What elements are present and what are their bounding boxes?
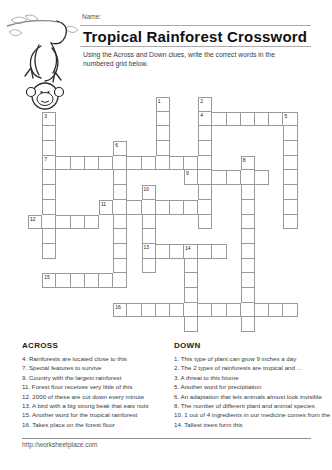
grid-cell-r5c11[interactable]: 9 bbox=[184, 170, 198, 185]
grid-cell-r2c18[interactable] bbox=[283, 126, 297, 141]
grid-cell-r11c8[interactable] bbox=[142, 259, 156, 274]
grid-cell-r14c18[interactable] bbox=[283, 303, 297, 318]
footer-rule bbox=[22, 438, 311, 439]
grid-cell-r3c12[interactable] bbox=[198, 141, 212, 156]
grid-cell-r5c16[interactable] bbox=[255, 170, 269, 185]
grid-cell-r8c18[interactable] bbox=[283, 215, 297, 230]
grid-cell-r10c12[interactable] bbox=[198, 244, 212, 259]
across-clues-section: ACROSS 4. Rainforests are located close … bbox=[22, 341, 172, 429]
name-write-line[interactable] bbox=[80, 25, 311, 26]
grid-cell-r11c11[interactable] bbox=[184, 259, 198, 274]
grid-cell-r1c1[interactable]: 3 bbox=[42, 112, 56, 127]
clue-number-3: 3 bbox=[44, 113, 47, 119]
instructions-text: Using the Across and Down clues, write t… bbox=[83, 50, 301, 68]
grid-cell-r4c6[interactable] bbox=[113, 156, 127, 171]
grid-cell-r7c18[interactable] bbox=[283, 200, 297, 215]
grid-cell-r6c18[interactable] bbox=[283, 185, 297, 200]
grid-cell-r6c1[interactable] bbox=[42, 185, 56, 200]
grid-cell-r2c1[interactable] bbox=[42, 126, 56, 141]
grid-cell-r5c6[interactable] bbox=[113, 170, 127, 185]
grid-cell-r4c4[interactable] bbox=[85, 156, 99, 171]
name-label: Name: bbox=[82, 13, 101, 20]
grid-cell-r7c10[interactable] bbox=[170, 200, 184, 215]
clue-number-7: 7 bbox=[44, 156, 47, 162]
grid-cell-r4c1[interactable]: 7 bbox=[42, 156, 56, 171]
grid-cell-r8c1[interactable] bbox=[42, 215, 56, 230]
grid-cell-r10c8[interactable]: 13 bbox=[142, 244, 156, 259]
clue-number-14: 14 bbox=[185, 245, 191, 251]
grid-cell-r14c14[interactable] bbox=[227, 303, 241, 318]
clue-down-5: 5. Another word for precipitation bbox=[174, 382, 330, 391]
grid-cell-r4c2[interactable] bbox=[56, 156, 70, 171]
grid-cell-r5c12[interactable] bbox=[198, 170, 212, 185]
clue-number-6: 6 bbox=[115, 142, 118, 148]
grid-cell-r2c12[interactable] bbox=[198, 126, 212, 141]
title-underline bbox=[80, 46, 311, 47]
grid-cell-r12c1[interactable]: 15 bbox=[42, 273, 56, 288]
grid-cell-r7c15[interactable] bbox=[241, 200, 255, 215]
grid-cell-r1c14[interactable] bbox=[227, 112, 241, 127]
grid-cell-r10c15[interactable] bbox=[241, 244, 255, 259]
grid-cell-r1c13[interactable] bbox=[212, 112, 226, 127]
grid-cell-r14c9[interactable] bbox=[156, 303, 170, 318]
grid-cell-r13c15[interactable] bbox=[241, 288, 255, 303]
grid-cell-r0c9[interactable]: 1 bbox=[156, 97, 170, 112]
clue-down-2: 2. The 2 types of rainforests are tropic… bbox=[174, 363, 330, 372]
across-clue-list: 4. Rainforests are located close to this… bbox=[22, 354, 172, 429]
grid-cell-r11c15[interactable] bbox=[241, 259, 255, 274]
grid-cell-r14c13[interactable] bbox=[212, 303, 226, 318]
page-title: Tropical Rainforest Crossword bbox=[83, 28, 323, 45]
grid-cell-r5c13[interactable] bbox=[212, 170, 226, 185]
grid-cell-r14c17[interactable] bbox=[269, 303, 283, 318]
grid-cell-r4c12[interactable] bbox=[198, 156, 212, 171]
grid-cell-r6c8[interactable]: 10 bbox=[142, 185, 156, 200]
grid-cell-r8c15[interactable] bbox=[241, 215, 255, 230]
grid-cell-r14c11[interactable] bbox=[184, 303, 198, 318]
clue-across-11: 11. Forest floor receives very little of… bbox=[22, 382, 172, 391]
grid-cell-r7c6[interactable] bbox=[113, 200, 127, 215]
grid-cell-r5c1[interactable] bbox=[42, 170, 56, 185]
clue-number-11: 11 bbox=[101, 201, 106, 207]
grid-cell-r12c2[interactable] bbox=[56, 273, 70, 288]
grid-cell-r3c1[interactable] bbox=[42, 141, 56, 156]
grid-cell-r9c1[interactable] bbox=[42, 229, 56, 244]
grid-cell-r9c15[interactable] bbox=[241, 229, 255, 244]
grid-cell-r4c7[interactable] bbox=[127, 156, 141, 171]
grid-cell-r1c18[interactable]: 5 bbox=[283, 112, 297, 127]
clue-number-4: 4 bbox=[200, 112, 203, 118]
grid-cell-r4c18[interactable] bbox=[283, 156, 297, 171]
grid-cell-r4c11[interactable] bbox=[184, 156, 198, 171]
grid-cell-r14c12[interactable] bbox=[198, 303, 212, 318]
grid-cell-r11c6[interactable] bbox=[113, 259, 127, 274]
grid-cell-r10c10[interactable] bbox=[170, 244, 184, 259]
grid-cell-r7c5[interactable]: 11 bbox=[99, 200, 113, 215]
grid-cell-r15c15[interactable] bbox=[241, 317, 255, 332]
clue-number-10: 10 bbox=[144, 186, 150, 192]
grid-cell-r6c12[interactable] bbox=[198, 185, 212, 200]
down-clues-section: DOWN 1. This type of plant can grow 9 in… bbox=[174, 341, 330, 429]
grid-cell-r10c9[interactable] bbox=[156, 244, 170, 259]
across-heading: ACROSS bbox=[22, 341, 172, 350]
clue-down-3: 3. A threat to this biome bbox=[174, 373, 330, 382]
grid-cell-r0c12[interactable]: 2 bbox=[198, 97, 212, 112]
clue-number-2: 2 bbox=[200, 98, 203, 104]
grid-cell-r1c17[interactable] bbox=[269, 112, 283, 127]
clue-across-13: 13. A bird with a big strong beak that e… bbox=[22, 401, 172, 410]
grid-cell-r14c8[interactable] bbox=[142, 303, 156, 318]
clue-down-10: 10. 1 out of 4 ingredients in our medici… bbox=[174, 410, 330, 419]
down-heading: DOWN bbox=[174, 341, 330, 350]
grid-cell-r12c5[interactable] bbox=[99, 273, 113, 288]
clue-number-5: 5 bbox=[284, 113, 287, 119]
grid-cell-r7c11[interactable] bbox=[184, 200, 198, 215]
grid-cell-r14c7[interactable] bbox=[127, 303, 141, 318]
grid-cell-r8c4[interactable] bbox=[85, 215, 99, 230]
grid-cell-r14c15[interactable] bbox=[241, 303, 255, 318]
grid-cell-r5c15[interactable] bbox=[241, 170, 255, 185]
grid-cell-r12c3[interactable] bbox=[71, 273, 85, 288]
grid-cell-r7c9[interactable] bbox=[156, 200, 170, 215]
grid-cell-r15c11[interactable] bbox=[184, 317, 198, 332]
crossword-grid: 12345678910111213141516 bbox=[28, 97, 312, 332]
grid-cell-r4c9[interactable] bbox=[156, 156, 170, 171]
grid-cell-r12c6[interactable] bbox=[113, 273, 127, 288]
grid-cell-r3c9[interactable] bbox=[156, 141, 170, 156]
clue-down-14: 14. Tallest trees form this bbox=[174, 420, 330, 429]
grid-cell-r4c10[interactable] bbox=[170, 156, 184, 171]
clue-down-1: 1. This type of plant can grow 9 inches … bbox=[174, 354, 330, 363]
grid-cell-r7c12[interactable] bbox=[198, 200, 212, 215]
grid-cell-r14c10[interactable] bbox=[170, 303, 184, 318]
grid-cell-r3c6[interactable]: 6 bbox=[113, 141, 127, 156]
clue-number-16: 16 bbox=[115, 304, 121, 310]
grid-cell-r14c16[interactable] bbox=[255, 303, 269, 318]
clue-across-9: 9. Country with the largest rainforest bbox=[22, 373, 172, 382]
grid-cell-r8c0[interactable]: 12 bbox=[28, 215, 42, 230]
grid-cell-r14c6[interactable]: 16 bbox=[113, 303, 127, 318]
down-clue-list: 1. This type of plant can grow 9 inches … bbox=[174, 354, 330, 429]
grid-cell-r7c1[interactable] bbox=[42, 200, 56, 215]
grid-cell-r9c8[interactable] bbox=[142, 229, 156, 244]
clue-across-12: 12. 2000 of these are cut down every min… bbox=[22, 392, 172, 401]
clue-across-7: 7. Special features to survive bbox=[22, 363, 172, 372]
grid-cell-r10c13[interactable] bbox=[212, 244, 226, 259]
grid-cell-r12c11[interactable] bbox=[184, 273, 198, 288]
grid-cell-r7c8[interactable] bbox=[142, 200, 156, 215]
grid-cell-r10c11[interactable]: 14 bbox=[184, 244, 198, 259]
grid-cell-r10c1[interactable] bbox=[42, 244, 56, 259]
grid-cell-r6c6[interactable] bbox=[113, 185, 127, 200]
clue-down-8: 8. The number of different plant and ani… bbox=[174, 401, 330, 410]
worksheet-page: Name: Tropical Rainforest Crossword Usin… bbox=[0, 0, 332, 470]
clue-across-4: 4. Rainforests are located close to this bbox=[22, 354, 172, 363]
grid-cell-r7c7[interactable] bbox=[127, 200, 141, 215]
grid-cell-r8c6[interactable] bbox=[113, 215, 127, 230]
grid-cell-r1c12[interactable]: 4 bbox=[198, 112, 212, 127]
grid-cell-r1c16[interactable] bbox=[255, 112, 269, 127]
clue-number-1: 1 bbox=[158, 98, 161, 104]
clue-across-16: 16. Takes place on the forest floor bbox=[22, 420, 172, 429]
footer-url: http://worksheetplace.com bbox=[22, 441, 98, 448]
grid-cell-r8c8[interactable] bbox=[142, 215, 156, 230]
clue-across-15: 15. Another word for the tropical rainfo… bbox=[22, 410, 172, 419]
grid-cell-r8c2[interactable] bbox=[56, 215, 70, 230]
grid-cell-r6c15[interactable] bbox=[241, 185, 255, 200]
grid-cell-r1c9[interactable] bbox=[156, 112, 170, 127]
grid-cell-r8c3[interactable] bbox=[71, 215, 85, 230]
grid-cell-r4c5[interactable] bbox=[99, 156, 113, 171]
grid-cell-r13c11[interactable] bbox=[184, 288, 198, 303]
grid-cell-r9c6[interactable] bbox=[113, 229, 127, 244]
grid-cell-r4c15[interactable]: 8 bbox=[241, 156, 255, 171]
clue-number-13: 13 bbox=[144, 244, 150, 250]
grid-cell-r2c9[interactable] bbox=[156, 126, 170, 141]
clue-number-12: 12 bbox=[30, 216, 36, 222]
grid-cell-r3c18[interactable] bbox=[283, 141, 297, 156]
clue-number-15: 15 bbox=[44, 274, 50, 280]
grid-cell-r10c6[interactable] bbox=[113, 244, 127, 259]
grid-cell-r8c12[interactable] bbox=[198, 215, 212, 230]
grid-cell-r4c8[interactable] bbox=[142, 156, 156, 171]
grid-cell-r4c3[interactable] bbox=[71, 156, 85, 171]
clue-number-8: 8 bbox=[243, 157, 246, 163]
clue-number-9: 9 bbox=[186, 170, 189, 176]
grid-cell-r12c4[interactable] bbox=[85, 273, 99, 288]
clue-down-6: 6. An adaptation that lets animals almos… bbox=[174, 392, 330, 401]
grid-cell-r12c15[interactable] bbox=[241, 273, 255, 288]
grid-cell-r1c15[interactable] bbox=[241, 112, 255, 127]
grid-cell-r5c14[interactable] bbox=[227, 170, 241, 185]
grid-cell-r5c18[interactable] bbox=[283, 170, 297, 185]
